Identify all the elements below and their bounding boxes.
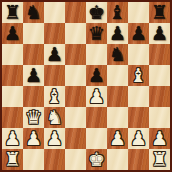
square-a1[interactable]: ♜ — [2, 149, 23, 170]
square-h6[interactable] — [149, 44, 170, 65]
white-pawn-b2: ♟ — [25, 128, 42, 149]
black-pawn-c6: ♟ — [46, 44, 63, 65]
white-queen-b3: ♛ — [25, 107, 42, 128]
square-c7[interactable] — [44, 23, 65, 44]
square-g4[interactable] — [128, 86, 149, 107]
square-f8[interactable]: ♝ — [107, 2, 128, 23]
square-a3[interactable] — [2, 107, 23, 128]
chess-board-frame: ♜♞♚♝♜♟♛♟♟♟♟♞♟♟♝♝♟♛♞♟♟♟♟♟♟♜♚♜ — [0, 0, 172, 172]
square-f7[interactable]: ♟ — [107, 23, 128, 44]
black-knight-b8: ♞ — [25, 2, 42, 23]
square-e7[interactable]: ♛ — [86, 23, 107, 44]
square-h2[interactable]: ♟ — [149, 128, 170, 149]
square-e8[interactable]: ♚ — [86, 2, 107, 23]
square-g2[interactable]: ♟ — [128, 128, 149, 149]
square-g6[interactable] — [128, 44, 149, 65]
square-f2[interactable]: ♟ — [107, 128, 128, 149]
square-g8[interactable] — [128, 2, 149, 23]
square-d5[interactable] — [65, 65, 86, 86]
square-b3[interactable]: ♛ — [23, 107, 44, 128]
square-c1[interactable] — [44, 149, 65, 170]
black-pawn-a7: ♟ — [4, 23, 21, 44]
square-e2[interactable] — [86, 128, 107, 149]
square-f5[interactable] — [107, 65, 128, 86]
square-e3[interactable] — [86, 107, 107, 128]
square-e1[interactable]: ♚ — [86, 149, 107, 170]
square-b7[interactable] — [23, 23, 44, 44]
black-pawn-h7: ♟ — [151, 23, 168, 44]
square-g7[interactable]: ♟ — [128, 23, 149, 44]
square-f6[interactable]: ♞ — [107, 44, 128, 65]
square-e4[interactable]: ♟ — [86, 86, 107, 107]
black-pawn-g7: ♟ — [130, 23, 147, 44]
white-king-e1: ♚ — [88, 149, 105, 170]
square-d1[interactable] — [65, 149, 86, 170]
square-d6[interactable] — [65, 44, 86, 65]
square-h1[interactable]: ♜ — [149, 149, 170, 170]
square-h5[interactable] — [149, 65, 170, 86]
black-rook-a8: ♜ — [4, 2, 21, 23]
square-c4[interactable]: ♝ — [44, 86, 65, 107]
white-pawn-c2: ♟ — [46, 128, 63, 149]
square-h3[interactable] — [149, 107, 170, 128]
square-g3[interactable] — [128, 107, 149, 128]
square-b1[interactable] — [23, 149, 44, 170]
square-e6[interactable] — [86, 44, 107, 65]
black-bishop-f8: ♝ — [109, 2, 126, 23]
white-rook-h1: ♜ — [151, 149, 168, 170]
square-a6[interactable] — [2, 44, 23, 65]
black-rook-h8: ♜ — [151, 2, 168, 23]
square-f4[interactable] — [107, 86, 128, 107]
square-f1[interactable] — [107, 149, 128, 170]
white-pawn-f2: ♟ — [109, 128, 126, 149]
white-bishop-g5: ♝ — [130, 65, 147, 86]
square-d8[interactable] — [65, 2, 86, 23]
square-g5[interactable]: ♝ — [128, 65, 149, 86]
black-pawn-f7: ♟ — [109, 23, 126, 44]
square-b8[interactable]: ♞ — [23, 2, 44, 23]
square-b2[interactable]: ♟ — [23, 128, 44, 149]
square-d2[interactable] — [65, 128, 86, 149]
white-pawn-e4: ♟ — [88, 86, 105, 107]
white-pawn-g2: ♟ — [130, 128, 147, 149]
square-c5[interactable] — [44, 65, 65, 86]
square-h4[interactable] — [149, 86, 170, 107]
square-e5[interactable]: ♟ — [86, 65, 107, 86]
square-d3[interactable] — [65, 107, 86, 128]
black-king-e8: ♚ — [88, 2, 105, 23]
white-knight-c3: ♞ — [46, 107, 63, 128]
square-c6[interactable]: ♟ — [44, 44, 65, 65]
square-a5[interactable] — [2, 65, 23, 86]
square-h7[interactable]: ♟ — [149, 23, 170, 44]
square-b4[interactable] — [23, 86, 44, 107]
square-a2[interactable]: ♟ — [2, 128, 23, 149]
square-d7[interactable] — [65, 23, 86, 44]
black-pawn-b5: ♟ — [25, 65, 42, 86]
square-a7[interactable]: ♟ — [2, 23, 23, 44]
chess-board: ♜♞♚♝♜♟♛♟♟♟♟♞♟♟♝♝♟♛♞♟♟♟♟♟♟♜♚♜ — [2, 2, 170, 170]
square-f3[interactable] — [107, 107, 128, 128]
white-bishop-c4: ♝ — [46, 86, 63, 107]
square-a4[interactable] — [2, 86, 23, 107]
white-pawn-h2: ♟ — [151, 128, 168, 149]
square-c3[interactable]: ♞ — [44, 107, 65, 128]
square-c8[interactable] — [44, 2, 65, 23]
black-knight-f6: ♞ — [109, 44, 126, 65]
white-rook-a1: ♜ — [4, 149, 21, 170]
square-g1[interactable] — [128, 149, 149, 170]
square-b5[interactable]: ♟ — [23, 65, 44, 86]
square-a8[interactable]: ♜ — [2, 2, 23, 23]
white-pawn-a2: ♟ — [4, 128, 21, 149]
square-d4[interactable] — [65, 86, 86, 107]
square-b6[interactable] — [23, 44, 44, 65]
black-queen-e7: ♛ — [88, 23, 105, 44]
square-c2[interactable]: ♟ — [44, 128, 65, 149]
black-pawn-e5: ♟ — [88, 65, 105, 86]
square-h8[interactable]: ♜ — [149, 2, 170, 23]
